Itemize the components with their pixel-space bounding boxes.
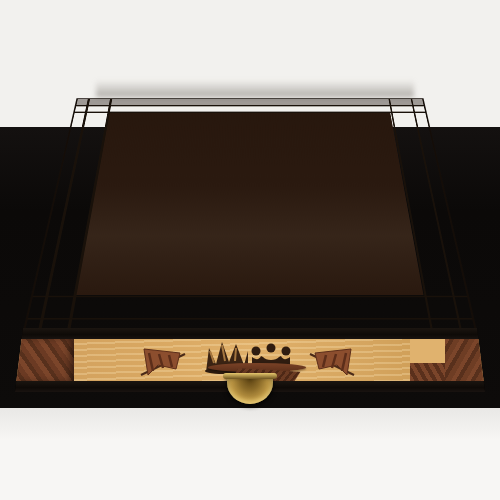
board-grid (77, 113, 424, 295)
panel-top-edge (15, 328, 485, 339)
board-top (23, 98, 477, 331)
inlay-line-inner-bottom (33, 295, 468, 297)
inlay-line-outer-bottom (28, 318, 473, 320)
pennant-flag-right-icon (306, 342, 358, 378)
rosewood-endcap-right (445, 339, 485, 381)
inlay-line-outer-top (76, 105, 424, 106)
pennant-flag-left-icon (137, 342, 189, 378)
white-foreground (0, 408, 500, 500)
photo-stage (0, 0, 500, 500)
endcap-right-lower (410, 363, 445, 381)
wall-shadow (96, 80, 414, 97)
rosewood-endcap-left (15, 339, 74, 381)
endcap-right-light-patch (410, 339, 445, 363)
